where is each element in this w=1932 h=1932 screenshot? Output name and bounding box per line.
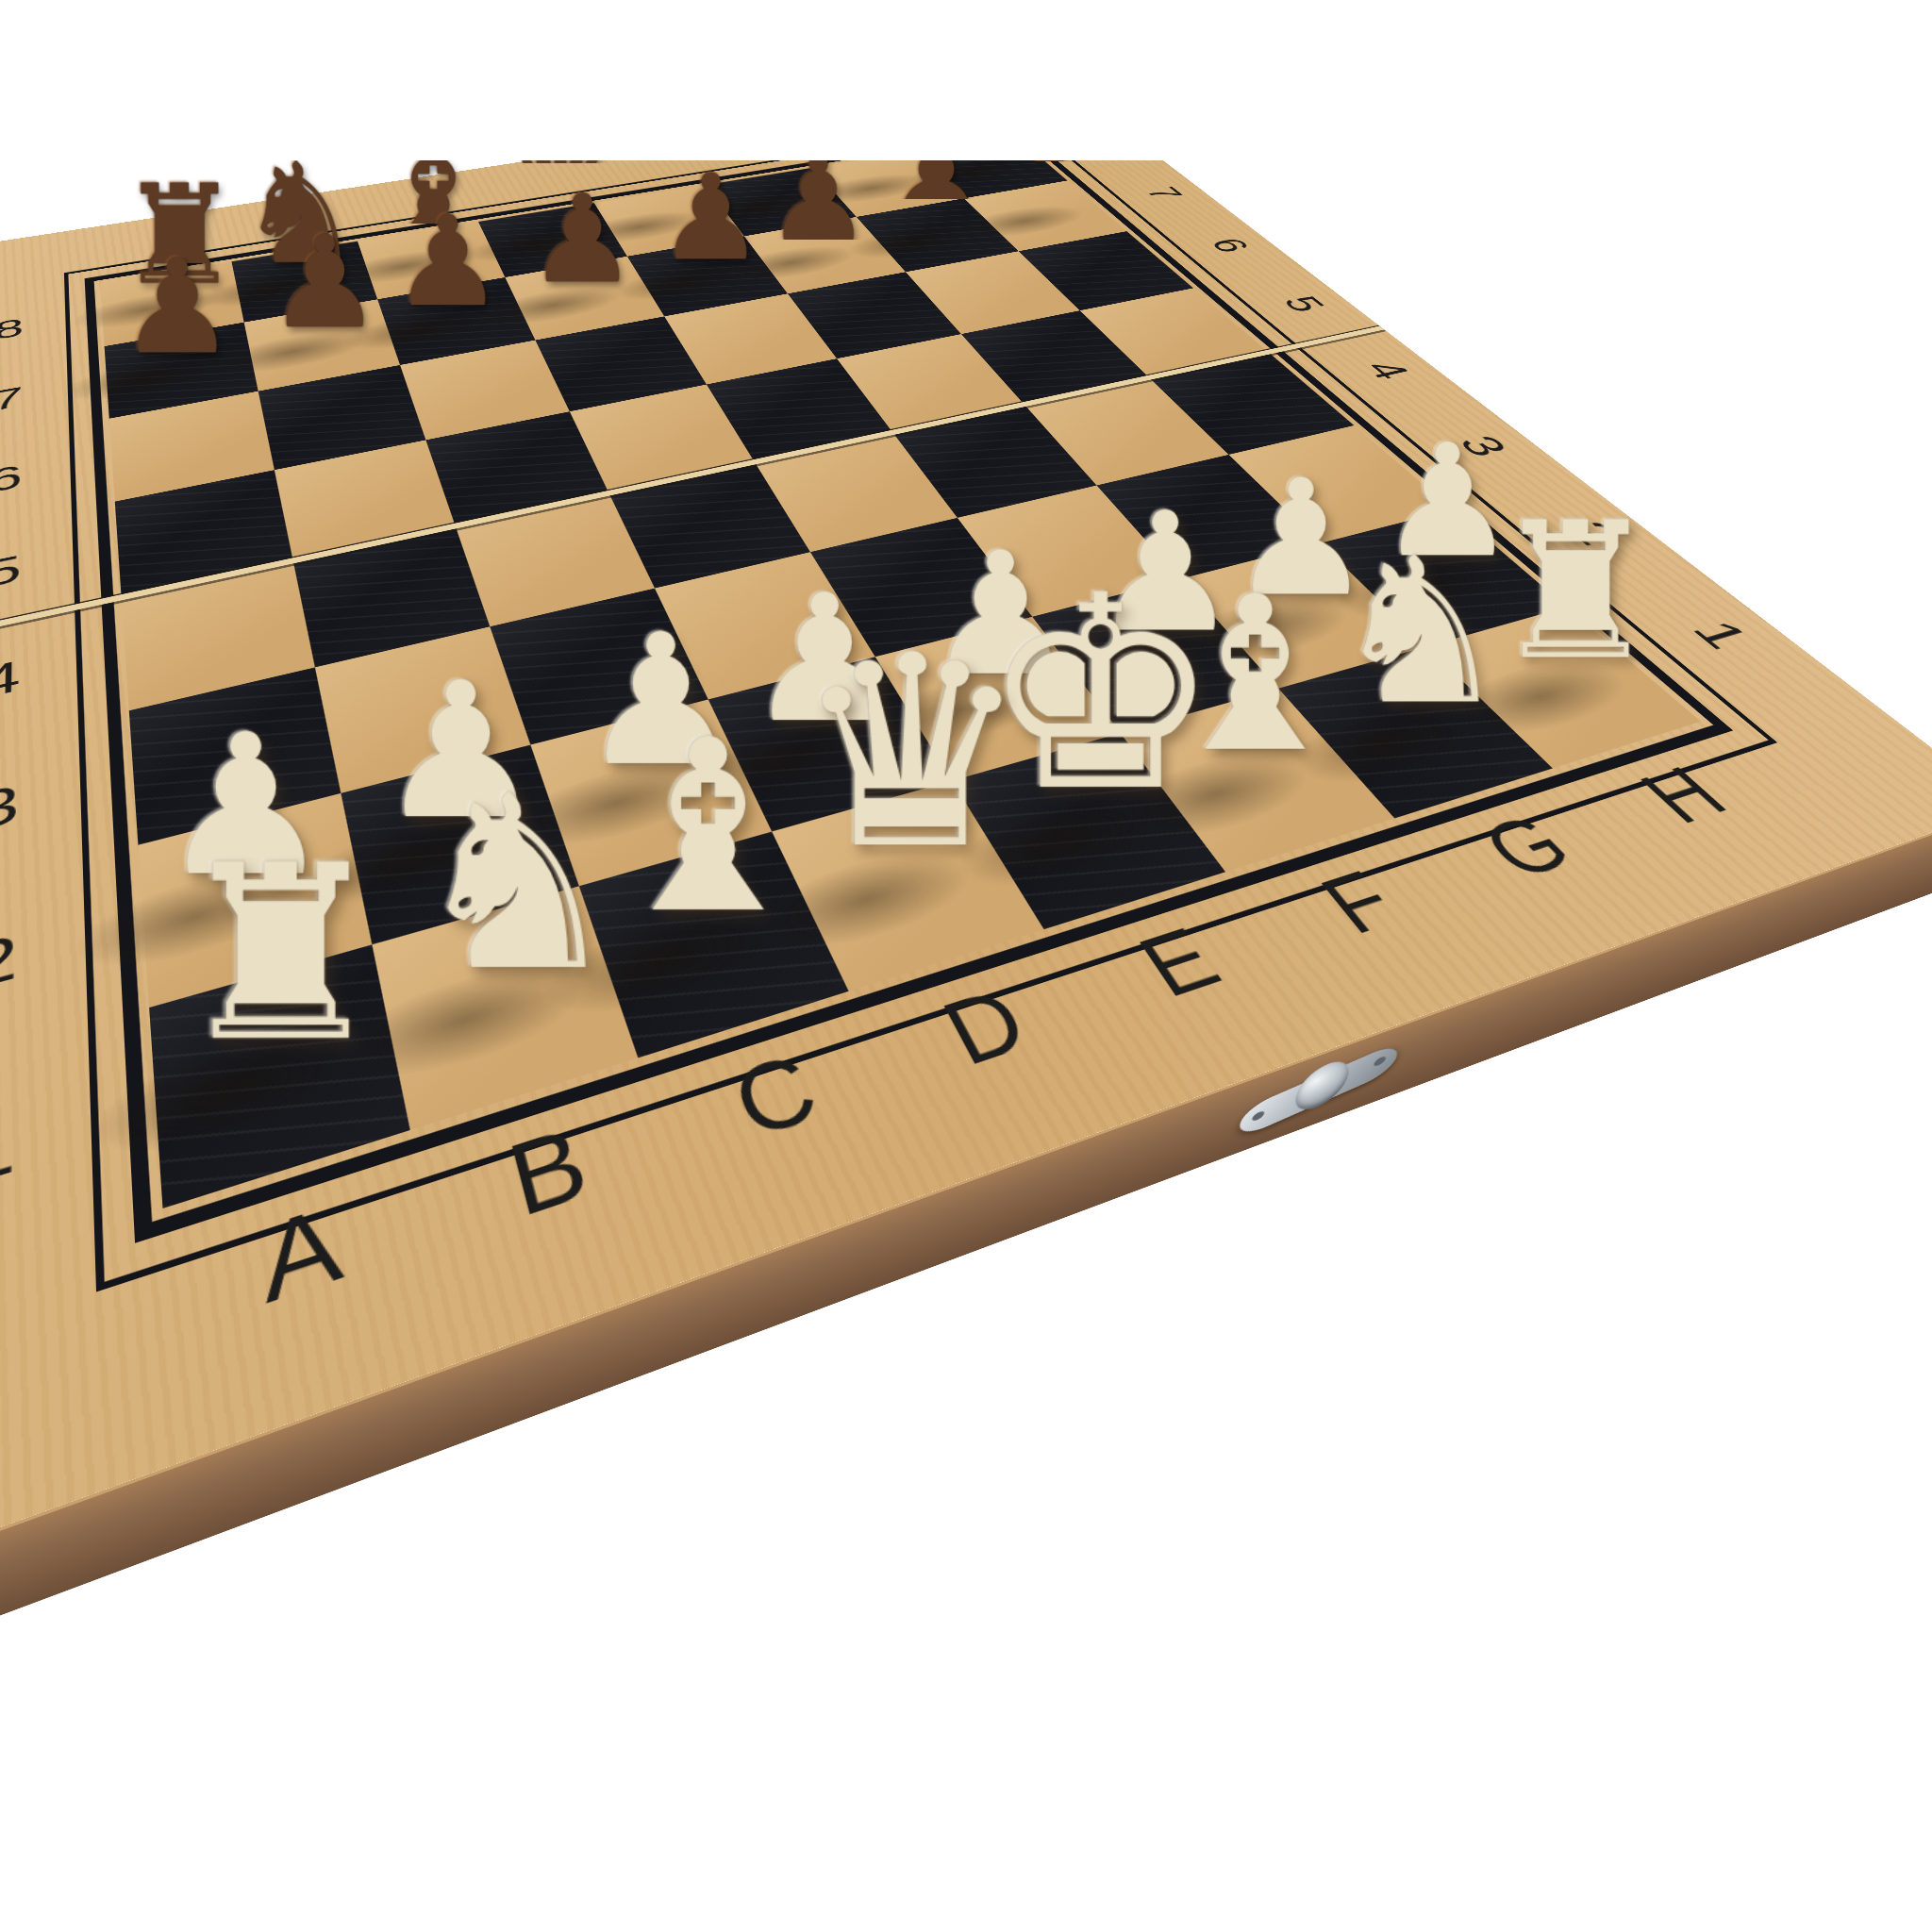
photo-crop-area: ABCDEFGH1122334455667788 ♜♞♝♛♚♝♞♜♟♟♟♟♟♟♟… [0, 160, 1932, 1932]
product-photo-canvas: ABCDEFGH1122334455667788 ♜♞♝♛♚♝♞♜♟♟♟♟♟♟♟… [0, 0, 1932, 1932]
piece-glyph: ♜ [123, 833, 440, 1074]
chess-board: ABCDEFGH1122334455667788 ♜♞♝♛♚♝♞♜♟♟♟♟♟♟♟… [0, 160, 1932, 1573]
